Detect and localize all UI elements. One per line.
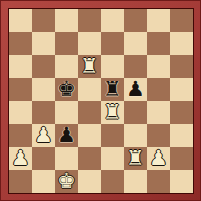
square-d8[interactable] — [78, 9, 101, 32]
square-h8[interactable] — [170, 9, 193, 32]
piece-white-rook: ♜ — [126, 147, 145, 170]
square-a5[interactable] — [9, 78, 32, 101]
chess-board: ♜♚♜♟♜♟♟♟♜♟♚ — [8, 8, 194, 194]
square-b7[interactable] — [32, 32, 55, 55]
piece-black-pawn: ♟ — [126, 78, 145, 101]
square-h4[interactable] — [170, 101, 193, 124]
square-g2[interactable]: ♟ — [147, 147, 170, 170]
square-a1[interactable] — [9, 170, 32, 193]
piece-white-rook: ♜ — [80, 55, 99, 78]
square-h3[interactable] — [170, 124, 193, 147]
square-b2[interactable] — [32, 147, 55, 170]
square-b3[interactable]: ♟ — [32, 124, 55, 147]
square-f6[interactable] — [124, 55, 147, 78]
square-c6[interactable] — [55, 55, 78, 78]
square-d2[interactable] — [78, 147, 101, 170]
square-b6[interactable] — [32, 55, 55, 78]
square-d1[interactable] — [78, 170, 101, 193]
square-c3[interactable]: ♟ — [55, 124, 78, 147]
square-g8[interactable] — [147, 9, 170, 32]
square-c7[interactable] — [55, 32, 78, 55]
square-g6[interactable] — [147, 55, 170, 78]
square-e6[interactable] — [101, 55, 124, 78]
square-h1[interactable] — [170, 170, 193, 193]
square-b4[interactable] — [32, 101, 55, 124]
square-a2[interactable]: ♟ — [9, 147, 32, 170]
square-a3[interactable] — [9, 124, 32, 147]
square-c4[interactable] — [55, 101, 78, 124]
square-d7[interactable] — [78, 32, 101, 55]
square-e3[interactable] — [101, 124, 124, 147]
square-c5[interactable]: ♚ — [55, 78, 78, 101]
square-a4[interactable] — [9, 101, 32, 124]
square-e5[interactable]: ♜ — [101, 78, 124, 101]
piece-black-pawn: ♟ — [57, 124, 76, 147]
square-f1[interactable] — [124, 170, 147, 193]
square-c8[interactable] — [55, 9, 78, 32]
square-f2[interactable]: ♜ — [124, 147, 147, 170]
square-a6[interactable] — [9, 55, 32, 78]
piece-white-pawn: ♟ — [34, 124, 53, 147]
square-c2[interactable] — [55, 147, 78, 170]
square-f4[interactable] — [124, 101, 147, 124]
square-c1[interactable]: ♚ — [55, 170, 78, 193]
square-g3[interactable] — [147, 124, 170, 147]
square-d3[interactable] — [78, 124, 101, 147]
piece-white-rook: ♜ — [103, 101, 122, 124]
square-d4[interactable] — [78, 101, 101, 124]
square-b8[interactable] — [32, 9, 55, 32]
square-g5[interactable] — [147, 78, 170, 101]
piece-white-pawn: ♟ — [11, 147, 30, 170]
square-e7[interactable] — [101, 32, 124, 55]
square-b1[interactable] — [32, 170, 55, 193]
piece-black-king: ♚ — [57, 78, 76, 101]
square-g1[interactable] — [147, 170, 170, 193]
piece-white-king: ♚ — [57, 170, 76, 193]
piece-white-pawn: ♟ — [149, 147, 168, 170]
square-g4[interactable] — [147, 101, 170, 124]
square-a7[interactable] — [9, 32, 32, 55]
square-e2[interactable] — [101, 147, 124, 170]
square-e1[interactable] — [101, 170, 124, 193]
square-f5[interactable]: ♟ — [124, 78, 147, 101]
square-f3[interactable] — [124, 124, 147, 147]
square-d6[interactable]: ♜ — [78, 55, 101, 78]
square-b5[interactable] — [32, 78, 55, 101]
piece-black-rook: ♜ — [103, 78, 122, 101]
square-h5[interactable] — [170, 78, 193, 101]
square-h6[interactable] — [170, 55, 193, 78]
square-e4[interactable]: ♜ — [101, 101, 124, 124]
square-e8[interactable] — [101, 9, 124, 32]
square-h2[interactable] — [170, 147, 193, 170]
square-d5[interactable] — [78, 78, 101, 101]
board-frame: ♜♚♜♟♜♟♟♟♜♟♚ — [0, 0, 201, 201]
square-f7[interactable] — [124, 32, 147, 55]
square-h7[interactable] — [170, 32, 193, 55]
square-f8[interactable] — [124, 9, 147, 32]
square-a8[interactable] — [9, 9, 32, 32]
square-g7[interactable] — [147, 32, 170, 55]
